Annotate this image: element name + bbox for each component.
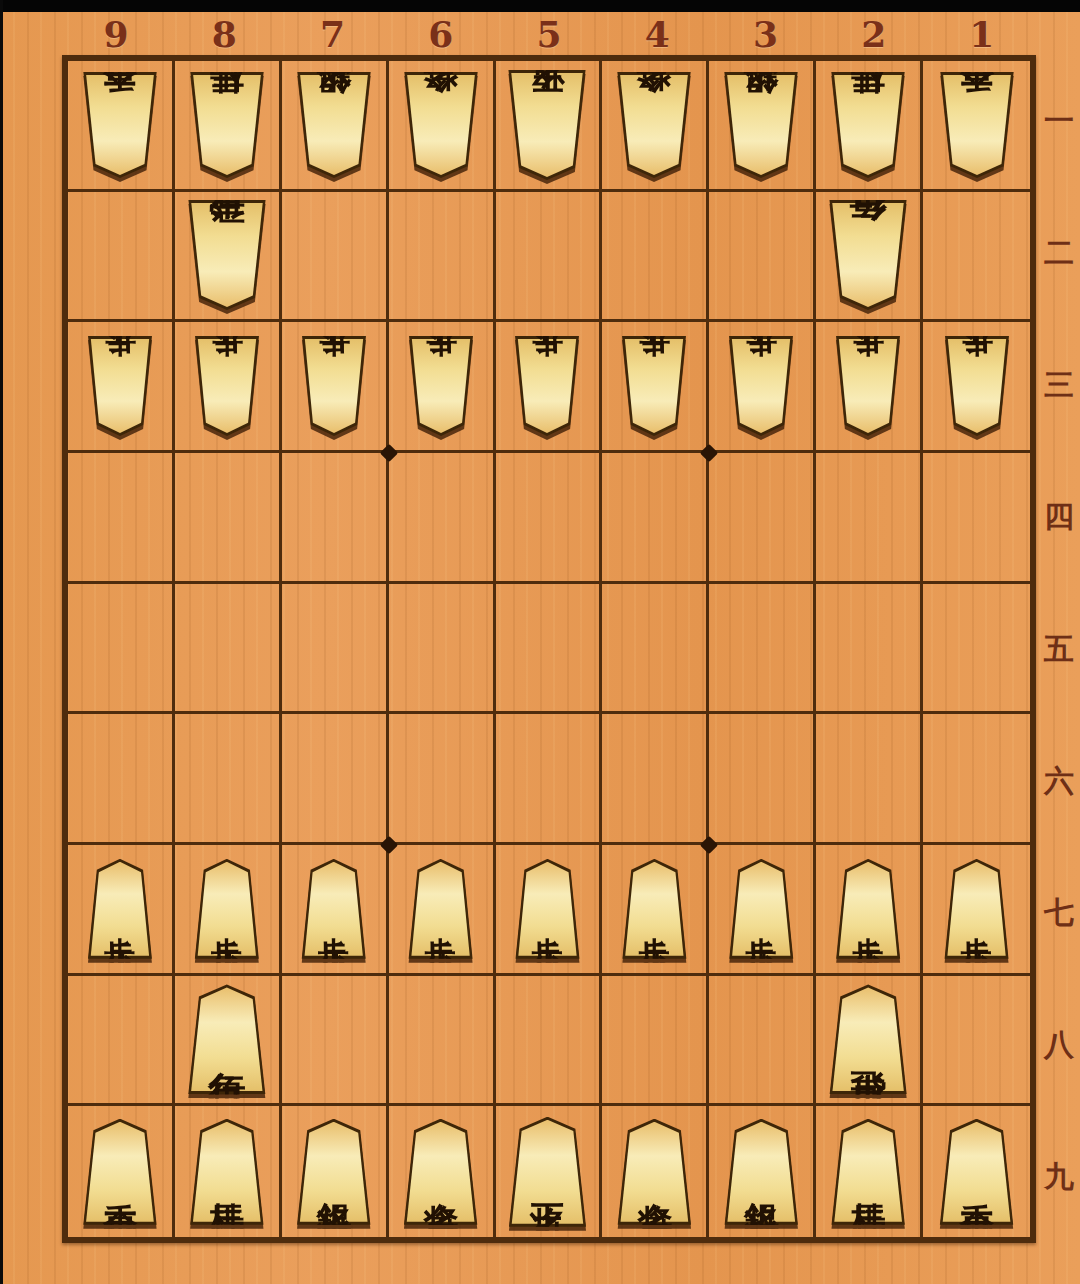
koma-kanji: 歩兵 [852,379,884,383]
board-cell-1九[interactable]: 香車 [923,1106,1030,1237]
rank-coordinates: 一二三四五六七八九 [1038,55,1080,1243]
board-cell-5九[interactable]: 王将 [496,1106,603,1237]
koma-tile: 銀将 [295,72,373,178]
koma-tile: 桂馬 [188,72,266,178]
shogi-piece-gold-sente[interactable]: 金将 [402,1119,480,1225]
board-cell-1八[interactable] [923,976,1030,1107]
shogi-piece-pawn-sente[interactable]: 歩兵 [193,859,261,959]
koma-tile: 桂馬 [829,72,907,178]
shogi-piece-pawn-gote[interactable]: 歩兵 [407,336,475,436]
koma-tile: 歩兵 [407,859,475,959]
koma-kanji: 歩兵 [961,379,993,383]
board-cell-7九[interactable]: 銀将 [282,1106,389,1237]
board-cell-3五[interactable] [709,584,816,715]
shogi-piece-pawn-sente[interactable]: 歩兵 [943,859,1011,959]
koma-tile: 歩兵 [834,859,902,959]
shogi-piece-rook-gote[interactable]: 飛車 [186,200,268,310]
shogi-piece-pawn-gote[interactable]: 歩兵 [834,336,902,436]
koma-face [837,339,899,433]
koma-face [84,1122,156,1222]
file-label-8: 8 [170,13,278,55]
shogi-piece-lance-sente[interactable]: 香車 [938,1119,1016,1225]
koma-face [832,75,904,175]
board-cell-3七[interactable]: 歩兵 [709,845,816,976]
koma-face [516,339,578,433]
board-cell-9九[interactable]: 香車 [68,1106,175,1237]
file-label-5: 5 [495,13,603,55]
koma-kanji: 歩兵 [211,912,243,916]
koma-kanji: 香車 [959,118,994,122]
shogi-piece-gold-sente[interactable]: 金将 [615,1119,693,1225]
koma-kanji: 金将 [423,1175,458,1179]
shogi-piece-pawn-sente[interactable]: 歩兵 [513,859,581,959]
board-cell-9三[interactable]: 歩兵 [68,322,175,453]
rank-label-9: 九 [1038,1111,1080,1243]
shogi-piece-knight-gote[interactable]: 桂馬 [188,72,266,178]
board-cell-1七[interactable]: 歩兵 [923,845,1030,976]
koma-face [303,862,365,956]
board-cell-7三[interactable]: 歩兵 [282,322,389,453]
koma-face [196,339,258,433]
koma-tile: 銀将 [722,72,800,178]
koma-kanji: 歩兵 [318,379,350,383]
board-cell-8一[interactable]: 桂馬 [175,61,282,192]
board-cell-2八[interactable]: 飛車 [816,976,923,1107]
board-cell-4一[interactable]: 金将 [602,61,709,192]
koma-kanji: 飛車 [208,248,245,252]
shogi-piece-silver-sente[interactable]: 銀将 [722,1119,800,1225]
koma-face [730,862,792,956]
koma-face [623,339,685,433]
board-cell-6九[interactable]: 金将 [389,1106,496,1237]
shogi-piece-pawn-sente[interactable]: 歩兵 [620,859,688,959]
board-cell-9六[interactable] [68,714,175,845]
board-cell-6六[interactable] [389,714,496,845]
shogi-piece-pawn-gote[interactable]: 歩兵 [943,336,1011,436]
left-black-edge [0,0,3,1284]
koma-tile: 歩兵 [86,859,154,959]
board-cell-1六[interactable] [923,714,1030,845]
koma-face [830,987,906,1091]
board-cell-4六[interactable] [602,714,709,845]
koma-face [946,862,1008,956]
koma-tile: 歩兵 [834,336,902,436]
koma-face [298,75,370,175]
koma-tile: 香車 [938,72,1016,178]
board-cell-4三[interactable]: 歩兵 [602,322,709,453]
koma-kanji: 銀将 [316,1175,351,1179]
board-cell-9四[interactable] [68,453,175,584]
koma-kanji: 銀将 [744,118,779,122]
koma-face [618,1122,690,1222]
board-cell-7六[interactable] [282,714,389,845]
koma-tile: 歩兵 [300,336,368,436]
rank-label-6: 六 [1038,715,1080,847]
koma-face [191,75,263,175]
board-cell-7四[interactable] [282,453,389,584]
shogi-piece-bishop-sente[interactable]: 角行 [186,984,268,1094]
koma-kanji: 銀将 [316,118,351,122]
koma-tile: 飛車 [186,200,268,310]
koma-kanji: 歩兵 [531,379,563,383]
koma-kanji: 歩兵 [104,912,136,916]
koma-face [303,339,365,433]
board-cell-4七[interactable]: 歩兵 [602,845,709,976]
koma-face [730,339,792,433]
shogi-piece-pawn-sente[interactable]: 歩兵 [86,859,154,959]
top-black-bar [0,0,1080,12]
shogi-piece-pawn-sente[interactable]: 歩兵 [300,859,368,959]
shogi-piece-pawn-sente[interactable]: 歩兵 [727,859,795,959]
koma-tile: 歩兵 [943,859,1011,959]
koma-kanji: 金将 [637,118,672,122]
board-cell-5四[interactable] [496,453,603,584]
koma-kanji: 歩兵 [531,912,563,916]
board-cell-9二[interactable] [68,192,175,323]
koma-face [189,203,265,307]
board-cell-1四[interactable] [923,453,1030,584]
koma-tile: 金将 [615,1119,693,1225]
koma-tile: 歩兵 [943,336,1011,436]
board-cell-3三[interactable]: 歩兵 [709,322,816,453]
board-cell-6四[interactable] [389,453,496,584]
board-cell-9七[interactable]: 歩兵 [68,845,175,976]
shogi-piece-silver-gote[interactable]: 銀将 [722,72,800,178]
board-cell-8二[interactable]: 飛車 [175,192,282,323]
board-cell-8九[interactable]: 桂馬 [175,1106,282,1237]
shogi-piece-pawn-gote[interactable]: 歩兵 [300,336,368,436]
koma-tile: 歩兵 [620,859,688,959]
koma-kanji: 金将 [423,118,458,122]
board-cell-6五[interactable] [389,584,496,715]
koma-face [837,862,899,956]
board-cell-3六[interactable] [709,714,816,845]
koma-face [725,75,797,175]
rank-label-4: 四 [1038,451,1080,583]
board-cell-5三[interactable]: 歩兵 [496,322,603,453]
koma-tile: 金将 [402,1119,480,1225]
koma-tile: 銀将 [722,1119,800,1225]
board-cell-8八[interactable]: 角行 [175,976,282,1107]
koma-tile: 角行 [827,200,909,310]
koma-face [946,339,1008,433]
koma-face [832,1122,904,1222]
shogi-piece-lance-gote[interactable]: 香車 [81,72,159,178]
shogi-piece-lance-sente[interactable]: 香車 [81,1119,159,1225]
board-cell-3九[interactable]: 銀将 [709,1106,816,1237]
koma-kanji: 王将 [529,1175,566,1179]
board-cell-7一[interactable]: 銀将 [282,61,389,192]
board-cell-2二[interactable]: 角行 [816,192,923,323]
board-cell-8四[interactable] [175,453,282,584]
shogi-piece-rook-sente[interactable]: 飛車 [827,984,909,1094]
koma-face [189,987,265,1091]
koma-kanji: 銀将 [744,1175,779,1179]
board-cell-6八[interactable] [389,976,496,1107]
file-label-6: 6 [387,13,495,55]
rank-label-1: 一 [1038,55,1080,187]
board-cell-2七[interactable]: 歩兵 [816,845,923,976]
koma-kanji: 角行 [208,1042,245,1046]
board-cell-8三[interactable]: 歩兵 [175,322,282,453]
koma-face [89,862,151,956]
board-cell-5六[interactable] [496,714,603,845]
koma-face [196,862,258,956]
shogi-piece-pawn-gote[interactable]: 歩兵 [727,336,795,436]
koma-tile: 香車 [81,72,159,178]
board-cell-6三[interactable]: 歩兵 [389,322,496,453]
board-cell-2四[interactable] [816,453,923,584]
board-cell-6七[interactable]: 歩兵 [389,845,496,976]
shogi-piece-king-sente[interactable]: 王将 [506,1117,588,1227]
koma-kanji: 歩兵 [638,912,670,916]
shogi-piece-knight-sente[interactable]: 桂馬 [829,1119,907,1225]
board-cell-2九[interactable]: 桂馬 [816,1106,923,1237]
rank-label-5: 五 [1038,583,1080,715]
rank-label-3: 三 [1038,319,1080,451]
rank-label-8: 八 [1038,979,1080,1111]
koma-face [618,75,690,175]
shogi-piece-pawn-sente[interactable]: 歩兵 [834,859,902,959]
shogi-piece-king-gote[interactable]: 玉将 [506,70,588,180]
koma-kanji: 玉将 [529,118,566,122]
board-cell-7二[interactable] [282,192,389,323]
board-cell-2三[interactable]: 歩兵 [816,322,923,453]
file-label-7: 7 [278,13,386,55]
file-label-3: 3 [711,13,819,55]
board-cell-8七[interactable]: 歩兵 [175,845,282,976]
shogi-piece-knight-gote[interactable]: 桂馬 [829,72,907,178]
koma-face [516,862,578,956]
koma-tile: 歩兵 [193,336,261,436]
shogi-piece-silver-gote[interactable]: 銀将 [295,72,373,178]
koma-tile: 飛車 [827,984,909,1094]
koma-kanji: 歩兵 [961,912,993,916]
koma-face [410,339,472,433]
board-cell-5一[interactable]: 玉将 [496,61,603,192]
koma-kanji: 桂馬 [209,1175,244,1179]
koma-kanji: 桂馬 [209,118,244,122]
koma-face [405,75,477,175]
koma-tile: 角行 [186,984,268,1094]
koma-tile: 銀将 [295,1119,373,1225]
shogi-screenshot: 987654321 一二三四五六七八九 香車桂馬銀将金将玉将金将銀将桂馬香車飛車… [0,0,1080,1284]
koma-kanji: 歩兵 [745,379,777,383]
koma-face [191,1122,263,1222]
koma-tile: 王将 [506,1117,588,1227]
koma-tile: 歩兵 [727,336,795,436]
koma-kanji: 歩兵 [425,379,457,383]
koma-kanji: 飛車 [850,1042,887,1046]
board-grid: 香車桂馬銀将金将玉将金将銀将桂馬香車飛車角行歩兵歩兵歩兵歩兵歩兵歩兵歩兵歩兵歩兵… [68,61,1030,1237]
board-cell-9八[interactable] [68,976,175,1107]
shogi-piece-pawn-gote[interactable]: 歩兵 [86,336,154,436]
board-cell-4五[interactable] [602,584,709,715]
board-cell-6二[interactable] [389,192,496,323]
shogi-piece-pawn-gote[interactable]: 歩兵 [193,336,261,436]
koma-face [509,1120,585,1224]
board-cell-1五[interactable] [923,584,1030,715]
koma-tile: 桂馬 [188,1119,266,1225]
file-coordinates: 987654321 [62,13,1036,55]
board-cell-1二[interactable] [923,192,1030,323]
koma-kanji: 金将 [637,1175,672,1179]
koma-tile: 金将 [615,72,693,178]
rank-label-7: 七 [1038,847,1080,979]
koma-face [405,1122,477,1222]
board-cell-7五[interactable] [282,584,389,715]
koma-tile: 歩兵 [727,859,795,959]
board-cell-2一[interactable]: 桂馬 [816,61,923,192]
koma-face [623,862,685,956]
shogi-piece-pawn-sente[interactable]: 歩兵 [407,859,475,959]
koma-tile: 歩兵 [620,336,688,436]
board-cell-9五[interactable] [68,584,175,715]
koma-tile: 歩兵 [300,859,368,959]
board-cell-7八[interactable] [282,976,389,1107]
shogi-piece-lance-gote[interactable]: 香車 [938,72,1016,178]
koma-kanji: 歩兵 [638,379,670,383]
shogi-piece-gold-gote[interactable]: 金将 [402,72,480,178]
koma-kanji: 角行 [850,248,887,252]
koma-kanji: 桂馬 [851,118,886,122]
file-label-9: 9 [62,13,170,55]
shogi-board: 香車桂馬銀将金将玉将金将銀将桂馬香車飛車角行歩兵歩兵歩兵歩兵歩兵歩兵歩兵歩兵歩兵… [62,55,1036,1243]
board-cell-5七[interactable]: 歩兵 [496,845,603,976]
board-cell-4四[interactable] [602,453,709,584]
koma-tile: 歩兵 [513,859,581,959]
file-label-1: 1 [928,13,1036,55]
board-cell-3一[interactable]: 銀将 [709,61,816,192]
board-cell-9一[interactable]: 香車 [68,61,175,192]
shogi-piece-knight-sente[interactable]: 桂馬 [188,1119,266,1225]
koma-tile: 桂馬 [829,1119,907,1225]
board-cell-3八[interactable] [709,976,816,1107]
board-cell-1三[interactable]: 歩兵 [923,322,1030,453]
koma-kanji: 歩兵 [425,912,457,916]
board-cell-5五[interactable] [496,584,603,715]
koma-kanji: 香車 [959,1175,994,1179]
koma-kanji: 桂馬 [851,1175,886,1179]
koma-kanji: 香車 [102,118,137,122]
koma-tile: 歩兵 [513,336,581,436]
board-cell-5八[interactable] [496,976,603,1107]
koma-kanji: 香車 [102,1175,137,1179]
koma-face [941,1122,1013,1222]
shogi-piece-pawn-gote[interactable]: 歩兵 [513,336,581,436]
board-cell-5二[interactable] [496,192,603,323]
board-cell-7七[interactable]: 歩兵 [282,845,389,976]
koma-kanji: 歩兵 [104,379,136,383]
koma-tile: 香車 [81,1119,159,1225]
file-label-4: 4 [603,13,711,55]
board-cell-8六[interactable] [175,714,282,845]
board-cell-2五[interactable] [816,584,923,715]
koma-kanji: 歩兵 [745,912,777,916]
koma-face [84,75,156,175]
koma-tile: 歩兵 [407,336,475,436]
board-cell-8五[interactable] [175,584,282,715]
rank-label-2: 二 [1038,187,1080,319]
shogi-piece-bishop-gote[interactable]: 角行 [827,200,909,310]
board-cell-3二[interactable] [709,192,816,323]
shogi-piece-pawn-gote[interactable]: 歩兵 [620,336,688,436]
koma-face [410,862,472,956]
koma-face [509,73,585,177]
board-cell-2六[interactable] [816,714,923,845]
board-cell-4九[interactable]: 金将 [602,1106,709,1237]
koma-kanji: 歩兵 [852,912,884,916]
board-cell-1一[interactable]: 香車 [923,61,1030,192]
koma-tile: 歩兵 [193,859,261,959]
koma-tile: 金将 [402,72,480,178]
koma-face [725,1122,797,1222]
koma-tile: 玉将 [506,70,588,180]
board-cell-4二[interactable] [602,192,709,323]
board-cell-3四[interactable] [709,453,816,584]
koma-tile: 歩兵 [86,336,154,436]
koma-face [298,1122,370,1222]
koma-kanji: 歩兵 [318,912,350,916]
koma-face [941,75,1013,175]
koma-face [89,339,151,433]
koma-face [830,203,906,307]
file-label-2: 2 [820,13,928,55]
shogi-piece-silver-sente[interactable]: 銀将 [295,1119,373,1225]
shogi-piece-gold-gote[interactable]: 金将 [615,72,693,178]
koma-tile: 香車 [938,1119,1016,1225]
koma-kanji: 歩兵 [211,379,243,383]
board-cell-4八[interactable] [602,976,709,1107]
board-cell-6一[interactable]: 金将 [389,61,496,192]
